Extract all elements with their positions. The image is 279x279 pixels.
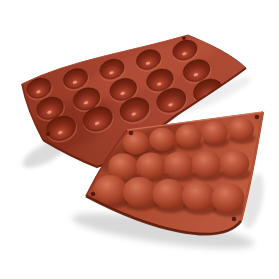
half-sphere-dome (228, 117, 254, 141)
scene (0, 0, 279, 279)
half-sphere-dome (192, 151, 222, 178)
half-sphere-dome (202, 121, 228, 145)
half-sphere-dome (212, 183, 245, 213)
corner-hole (46, 132, 50, 136)
half-sphere-dome (176, 124, 202, 148)
half-sphere-dome (123, 131, 149, 155)
half-sphere-dome (220, 150, 250, 177)
half-sphere-dome (153, 179, 186, 209)
corner-hole (129, 131, 134, 136)
corner-hole (91, 192, 96, 197)
half-sphere-dome (94, 175, 127, 205)
corner-hole (255, 115, 260, 120)
half-sphere-dome (136, 152, 166, 179)
product-photo-silicone-molds (0, 0, 279, 279)
half-sphere-dome (149, 128, 175, 152)
corner-hole (232, 217, 237, 222)
half-sphere-dome (123, 177, 156, 207)
half-sphere-dome (164, 152, 194, 179)
half-sphere-dome (182, 181, 215, 211)
